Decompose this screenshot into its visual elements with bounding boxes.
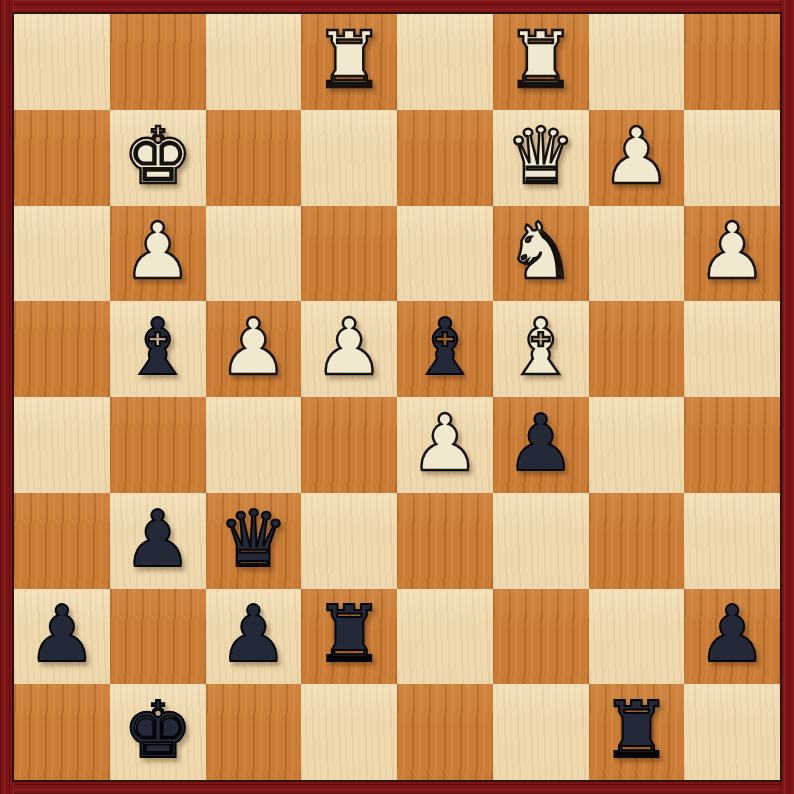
white-pawn[interactable]: ♟ [218, 308, 288, 386]
square-a4[interactable] [14, 397, 110, 493]
square-h6[interactable]: ♟ [684, 206, 780, 302]
square-g8[interactable] [589, 14, 685, 110]
chess-board-wrapper: ♜♜♚♛♟♟♞♟♝♟♟♝♝♟♟♟♛♟♟♜♟♚♜ [0, 0, 794, 794]
white-pawn[interactable]: ♟ [601, 117, 671, 195]
square-a7[interactable] [14, 110, 110, 206]
black-pawn[interactable]: ♟ [506, 404, 576, 482]
square-d7[interactable] [301, 110, 397, 206]
square-g2[interactable] [589, 589, 685, 685]
square-f8[interactable]: ♜ [493, 14, 589, 110]
square-c1[interactable] [206, 684, 302, 780]
square-e7[interactable] [397, 110, 493, 206]
square-e2[interactable] [397, 589, 493, 685]
square-f2[interactable] [493, 589, 589, 685]
square-h7[interactable] [684, 110, 780, 206]
white-pawn[interactable]: ♟ [410, 404, 480, 482]
square-f5[interactable]: ♝ [493, 301, 589, 397]
square-b2[interactable] [110, 589, 206, 685]
square-b6[interactable]: ♟ [110, 206, 206, 302]
square-b3[interactable]: ♟ [110, 493, 206, 589]
black-king[interactable]: ♚ [123, 691, 193, 769]
square-e1[interactable] [397, 684, 493, 780]
square-b1[interactable]: ♚ [110, 684, 206, 780]
square-g6[interactable] [589, 206, 685, 302]
square-c5[interactable]: ♟ [206, 301, 302, 397]
board-frame-left [0, 0, 14, 794]
white-pawn[interactable]: ♟ [314, 308, 384, 386]
white-pawn[interactable]: ♟ [697, 212, 767, 290]
square-f3[interactable] [493, 493, 589, 589]
square-f7[interactable]: ♛ [493, 110, 589, 206]
black-rook[interactable]: ♜ [314, 595, 384, 673]
square-e3[interactable] [397, 493, 493, 589]
square-e8[interactable] [397, 14, 493, 110]
square-d1[interactable] [301, 684, 397, 780]
square-f6[interactable]: ♞ [493, 206, 589, 302]
square-g7[interactable]: ♟ [589, 110, 685, 206]
square-c3[interactable]: ♛ [206, 493, 302, 589]
square-c2[interactable]: ♟ [206, 589, 302, 685]
square-h2[interactable]: ♟ [684, 589, 780, 685]
square-d8[interactable]: ♜ [301, 14, 397, 110]
white-bishop[interactable]: ♝ [506, 308, 576, 386]
black-queen[interactable]: ♛ [218, 500, 288, 578]
square-b7[interactable]: ♚ [110, 110, 206, 206]
square-h5[interactable] [684, 301, 780, 397]
square-h3[interactable] [684, 493, 780, 589]
square-d2[interactable]: ♜ [301, 589, 397, 685]
square-a2[interactable]: ♟ [14, 589, 110, 685]
square-d6[interactable] [301, 206, 397, 302]
black-pawn[interactable]: ♟ [218, 595, 288, 673]
square-g4[interactable] [589, 397, 685, 493]
square-d5[interactable]: ♟ [301, 301, 397, 397]
board-frame-bottom [0, 780, 794, 794]
square-g1[interactable]: ♜ [589, 684, 685, 780]
black-pawn[interactable]: ♟ [27, 595, 97, 673]
black-bishop[interactable]: ♝ [410, 308, 480, 386]
black-pawn[interactable]: ♟ [123, 500, 193, 578]
square-c7[interactable] [206, 110, 302, 206]
square-e5[interactable]: ♝ [397, 301, 493, 397]
square-h8[interactable] [684, 14, 780, 110]
square-g3[interactable] [589, 493, 685, 589]
square-e4[interactable]: ♟ [397, 397, 493, 493]
board-frame-right [780, 0, 794, 794]
square-c6[interactable] [206, 206, 302, 302]
square-g5[interactable] [589, 301, 685, 397]
black-rook[interactable]: ♜ [601, 691, 671, 769]
square-h1[interactable] [684, 684, 780, 780]
square-f1[interactable] [493, 684, 589, 780]
white-queen[interactable]: ♛ [506, 117, 576, 195]
square-f4[interactable]: ♟ [493, 397, 589, 493]
square-a3[interactable] [14, 493, 110, 589]
white-king[interactable]: ♚ [123, 117, 193, 195]
square-d3[interactable] [301, 493, 397, 589]
square-b8[interactable] [110, 14, 206, 110]
board-frame-top [0, 0, 794, 14]
square-a8[interactable] [14, 14, 110, 110]
square-b5[interactable]: ♝ [110, 301, 206, 397]
white-knight[interactable]: ♞ [506, 212, 576, 290]
square-a5[interactable] [14, 301, 110, 397]
square-c4[interactable] [206, 397, 302, 493]
square-e6[interactable] [397, 206, 493, 302]
square-h4[interactable] [684, 397, 780, 493]
black-bishop[interactable]: ♝ [123, 308, 193, 386]
square-a6[interactable] [14, 206, 110, 302]
white-rook[interactable]: ♜ [314, 21, 384, 99]
chess-board: ♜♜♚♛♟♟♞♟♝♟♟♝♝♟♟♟♛♟♟♜♟♚♜ [14, 14, 780, 780]
white-rook[interactable]: ♜ [506, 21, 576, 99]
square-a1[interactable] [14, 684, 110, 780]
black-pawn[interactable]: ♟ [697, 595, 767, 673]
white-pawn[interactable]: ♟ [123, 212, 193, 290]
square-c8[interactable] [206, 14, 302, 110]
square-d4[interactable] [301, 397, 397, 493]
square-b4[interactable] [110, 397, 206, 493]
